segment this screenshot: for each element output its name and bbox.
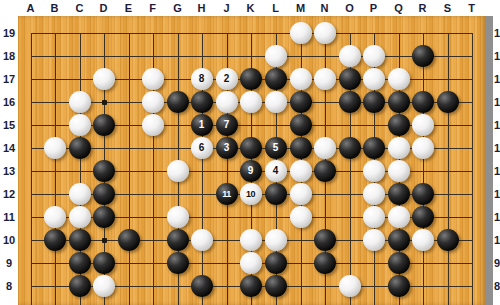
stone-white-M11[interactable] xyxy=(290,206,312,228)
row-label-left-10: 10 xyxy=(3,234,15,246)
stone-white-F17[interactable] xyxy=(142,68,164,90)
stone-black-L14[interactable]: 5 xyxy=(265,137,287,159)
column-label-D: D xyxy=(100,2,108,14)
stone-white-R10[interactable] xyxy=(412,229,434,251)
stone-black-R12[interactable] xyxy=(412,183,434,205)
stone-black-Q16[interactable] xyxy=(388,91,410,113)
stone-black-L17[interactable] xyxy=(265,68,287,90)
move-number-4: 4 xyxy=(273,166,279,176)
grid-line xyxy=(472,33,473,305)
stone-white-N19[interactable] xyxy=(314,22,336,44)
row-label-left-9: 9 xyxy=(6,257,12,269)
stone-white-D8[interactable] xyxy=(93,275,115,297)
column-label-G: G xyxy=(173,2,182,14)
move-number-1: 1 xyxy=(199,120,205,130)
stone-black-G9[interactable] xyxy=(167,252,189,274)
stone-black-C10[interactable] xyxy=(69,229,91,251)
stone-white-M12[interactable] xyxy=(290,183,312,205)
stone-black-L9[interactable] xyxy=(265,252,287,274)
row-label-right-15: 15 xyxy=(494,119,500,131)
stone-white-R14[interactable] xyxy=(412,137,434,159)
stone-black-N9[interactable] xyxy=(314,252,336,274)
stone-black-Q9[interactable] xyxy=(388,252,410,274)
stone-white-F16[interactable] xyxy=(142,91,164,113)
stone-black-O16[interactable] xyxy=(339,91,361,113)
grid-line xyxy=(129,33,130,305)
stone-white-D17[interactable] xyxy=(93,68,115,90)
stone-white-N17[interactable] xyxy=(314,68,336,90)
stone-black-J14[interactable]: 3 xyxy=(216,137,238,159)
stone-white-H14[interactable]: 6 xyxy=(191,137,213,159)
grid-line xyxy=(31,33,473,34)
stone-white-O18[interactable] xyxy=(339,45,361,67)
stone-white-L16[interactable] xyxy=(265,91,287,113)
stone-black-H8[interactable] xyxy=(191,275,213,297)
stone-black-Q15[interactable] xyxy=(388,114,410,136)
move-number-9: 9 xyxy=(248,166,254,176)
move-number-6: 6 xyxy=(199,143,205,153)
stone-black-D13[interactable] xyxy=(93,160,115,182)
move-number-3: 3 xyxy=(224,143,230,153)
stone-black-J12[interactable]: 11 xyxy=(216,183,238,205)
stone-white-P17[interactable] xyxy=(363,68,385,90)
stone-black-P14[interactable] xyxy=(363,137,385,159)
stone-black-L12[interactable] xyxy=(265,183,287,205)
stone-white-Q14[interactable] xyxy=(388,137,410,159)
row-label-right-8: 8 xyxy=(494,280,500,292)
hoshi-D10 xyxy=(102,238,107,243)
stone-black-L8[interactable] xyxy=(265,275,287,297)
stone-white-G13[interactable] xyxy=(167,160,189,182)
stone-black-D15[interactable] xyxy=(93,114,115,136)
stone-black-R11[interactable] xyxy=(412,206,434,228)
stone-white-H10[interactable] xyxy=(191,229,213,251)
grid-line xyxy=(448,33,449,305)
row-label-left-12: 12 xyxy=(3,188,15,200)
go-board-viewer: 8217635941110 1918171615141312111098 ABC… xyxy=(0,0,500,305)
row-label-left-14: 14 xyxy=(3,142,15,154)
stone-white-B14[interactable] xyxy=(44,137,66,159)
column-label-N: N xyxy=(321,2,329,14)
row-label-left-16: 16 xyxy=(3,96,15,108)
stone-black-M14[interactable] xyxy=(290,137,312,159)
stone-white-H17[interactable]: 8 xyxy=(191,68,213,90)
stone-white-K10[interactable] xyxy=(240,229,262,251)
column-label-A: A xyxy=(27,2,35,14)
stone-black-G16[interactable] xyxy=(167,91,189,113)
stone-white-N14[interactable] xyxy=(314,137,336,159)
stone-white-C16[interactable] xyxy=(69,91,91,113)
stone-white-P12[interactable] xyxy=(363,183,385,205)
stone-white-L18[interactable] xyxy=(265,45,287,67)
stone-white-Q11[interactable] xyxy=(388,206,410,228)
stone-black-K13[interactable]: 9 xyxy=(240,160,262,182)
column-label-M: M xyxy=(296,2,305,14)
grid-line xyxy=(55,33,56,305)
row-label-right-9: 9 xyxy=(494,257,500,269)
column-label-F: F xyxy=(149,2,156,14)
column-label-R: R xyxy=(419,2,427,14)
column-label-P: P xyxy=(370,2,377,14)
stone-black-J15[interactable]: 7 xyxy=(216,114,238,136)
stone-black-E10[interactable] xyxy=(118,229,140,251)
stone-black-K8[interactable] xyxy=(240,275,262,297)
stone-black-M16[interactable] xyxy=(290,91,312,113)
stone-black-D9[interactable] xyxy=(93,252,115,274)
go-board[interactable]: 8217635941110 xyxy=(18,16,486,305)
row-label-right-14: 14 xyxy=(494,142,500,154)
stone-white-K12[interactable]: 10 xyxy=(240,183,262,205)
stone-white-C12[interactable] xyxy=(69,183,91,205)
stone-white-C11[interactable] xyxy=(69,206,91,228)
stone-black-P16[interactable] xyxy=(363,91,385,113)
column-label-C: C xyxy=(76,2,84,14)
grid-line xyxy=(31,56,473,57)
stone-white-Q17[interactable] xyxy=(388,68,410,90)
move-number-8: 8 xyxy=(199,74,205,84)
stone-black-G10[interactable] xyxy=(167,229,189,251)
stone-white-M17[interactable] xyxy=(290,68,312,90)
stone-white-R15[interactable] xyxy=(412,114,434,136)
move-number-10: 10 xyxy=(246,190,255,199)
stone-white-J17[interactable]: 2 xyxy=(216,68,238,90)
move-number-11: 11 xyxy=(222,190,231,199)
stone-white-M13[interactable] xyxy=(290,160,312,182)
stone-black-O17[interactable] xyxy=(339,68,361,90)
stone-black-D12[interactable] xyxy=(93,183,115,205)
stone-white-M19[interactable] xyxy=(290,22,312,44)
column-label-Q: Q xyxy=(394,2,403,14)
move-number-7: 7 xyxy=(224,120,230,130)
stone-white-B11[interactable] xyxy=(44,206,66,228)
row-label-left-13: 13 xyxy=(3,165,15,177)
stone-white-P10[interactable] xyxy=(363,229,385,251)
stone-black-C14[interactable] xyxy=(69,137,91,159)
stone-white-K9[interactable] xyxy=(240,252,262,274)
stone-black-B10[interactable] xyxy=(44,229,66,251)
row-label-right-17: 17 xyxy=(494,73,500,85)
stone-white-L10[interactable] xyxy=(265,229,287,251)
column-label-B: B xyxy=(51,2,59,14)
stone-white-P13[interactable] xyxy=(363,160,385,182)
row-label-left-19: 19 xyxy=(3,27,15,39)
row-label-left-18: 18 xyxy=(3,50,15,62)
row-label-left-15: 15 xyxy=(3,119,15,131)
stone-white-K16[interactable] xyxy=(240,91,262,113)
row-label-left-17: 17 xyxy=(3,73,15,85)
stone-white-G11[interactable] xyxy=(167,206,189,228)
row-label-right-18: 18 xyxy=(494,50,500,62)
stone-white-C15[interactable] xyxy=(69,114,91,136)
row-label-right-10: 10 xyxy=(494,234,500,246)
column-label-S: S xyxy=(444,2,451,14)
stone-black-S10[interactable] xyxy=(437,229,459,251)
column-label-J: J xyxy=(223,2,229,14)
stone-white-Q13[interactable] xyxy=(388,160,410,182)
stone-black-M15[interactable] xyxy=(290,114,312,136)
column-label-L: L xyxy=(272,2,279,14)
move-number-2: 2 xyxy=(224,74,230,84)
stone-black-N10[interactable] xyxy=(314,229,336,251)
stone-black-O14[interactable] xyxy=(339,137,361,159)
column-label-K: K xyxy=(247,2,255,14)
stone-black-H15[interactable]: 1 xyxy=(191,114,213,136)
stone-black-Q12[interactable] xyxy=(388,183,410,205)
stone-black-R16[interactable] xyxy=(412,91,434,113)
row-label-right-12: 12 xyxy=(494,188,500,200)
hoshi-D16 xyxy=(102,100,107,105)
row-labels-right: 1918171615141312111098 xyxy=(493,16,500,305)
stone-white-L13[interactable]: 4 xyxy=(265,160,287,182)
stone-black-K17[interactable] xyxy=(240,68,262,90)
row-label-right-11: 11 xyxy=(494,211,500,223)
stone-white-P18[interactable] xyxy=(363,45,385,67)
stone-white-F15[interactable] xyxy=(142,114,164,136)
stone-black-S16[interactable] xyxy=(437,91,459,113)
row-label-left-8: 8 xyxy=(6,280,12,292)
row-label-right-19: 19 xyxy=(494,27,500,39)
column-label-H: H xyxy=(198,2,206,14)
grid-line xyxy=(31,33,32,305)
stone-black-C8[interactable] xyxy=(69,275,91,297)
column-label-O: O xyxy=(345,2,354,14)
stone-black-N13[interactable] xyxy=(314,160,336,182)
stone-black-R18[interactable] xyxy=(412,45,434,67)
stone-white-P11[interactable] xyxy=(363,206,385,228)
column-label-T: T xyxy=(468,2,475,14)
stone-white-J16[interactable] xyxy=(216,91,238,113)
stone-white-O8[interactable] xyxy=(339,275,361,297)
column-label-E: E xyxy=(125,2,132,14)
stone-black-D11[interactable] xyxy=(93,206,115,228)
move-number-5: 5 xyxy=(273,143,279,153)
stone-black-Q10[interactable] xyxy=(388,229,410,251)
stone-black-K14[interactable] xyxy=(240,137,262,159)
stone-black-Q8[interactable] xyxy=(388,275,410,297)
stone-black-C9[interactable] xyxy=(69,252,91,274)
row-label-right-13: 13 xyxy=(494,165,500,177)
board-edge-shadow xyxy=(486,16,493,305)
row-label-right-16: 16 xyxy=(494,96,500,108)
grid-line xyxy=(423,33,424,305)
stone-black-H16[interactable] xyxy=(191,91,213,113)
row-label-left-11: 11 xyxy=(3,211,15,223)
